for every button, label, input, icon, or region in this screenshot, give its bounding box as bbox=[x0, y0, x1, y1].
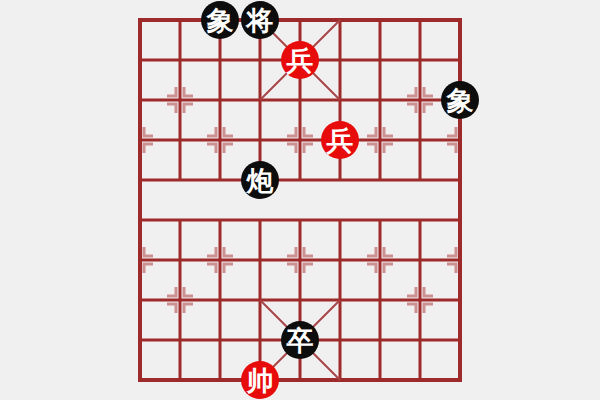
piece-black-soldier[interactable]: 卒 bbox=[281, 321, 319, 359]
piece-glyph: 象 bbox=[447, 87, 474, 114]
piece-glyph: 兵 bbox=[327, 127, 354, 154]
piece-glyph: 卒 bbox=[287, 327, 314, 354]
piece-black-elephant-left[interactable]: 象 bbox=[201, 1, 239, 39]
piece-glyph: 象 bbox=[207, 7, 234, 34]
piece-red-soldier-1[interactable]: 兵 bbox=[281, 41, 319, 79]
xiangqi-screen: 象将兵象兵炮卒帅 bbox=[0, 0, 600, 400]
piece-black-elephant-right[interactable]: 象 bbox=[441, 81, 479, 119]
piece-red-general[interactable]: 帅 bbox=[241, 361, 279, 399]
piece-black-cannon[interactable]: 炮 bbox=[241, 161, 279, 199]
piece-black-general[interactable]: 将 bbox=[241, 1, 279, 39]
piece-glyph: 将 bbox=[247, 7, 274, 34]
piece-red-soldier-2[interactable]: 兵 bbox=[321, 121, 359, 159]
piece-glyph: 帅 bbox=[247, 367, 274, 394]
piece-glyph: 炮 bbox=[247, 167, 274, 194]
piece-glyph: 兵 bbox=[287, 47, 314, 74]
piece-layer: 象将兵象兵炮卒帅 bbox=[0, 0, 600, 400]
